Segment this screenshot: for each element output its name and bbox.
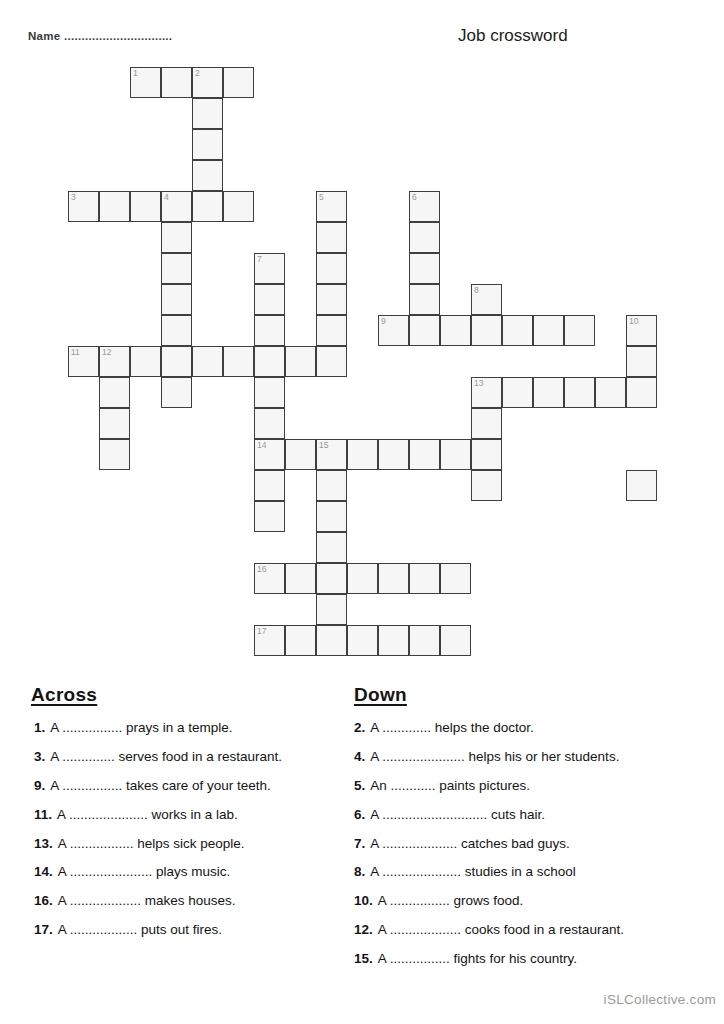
cell-clue-number: 4 <box>164 192 169 202</box>
grid-cell[interactable] <box>440 439 471 470</box>
clue-list-number: 6. <box>354 807 365 822</box>
grid-cell[interactable]: 2 <box>192 67 223 98</box>
grid-cell[interactable] <box>223 191 254 222</box>
grid-cell[interactable] <box>316 222 347 253</box>
clue-item-down-6: 6.A ............................ cuts ha… <box>354 803 624 832</box>
grid-cell[interactable] <box>99 439 130 470</box>
clue-text: A .............. serves food in a restau… <box>50 749 282 764</box>
grid-cell[interactable]: 1 <box>130 67 161 98</box>
clue-item-across-9: 9.A ................ takes care of your … <box>34 774 282 803</box>
grid-cell[interactable] <box>347 563 378 594</box>
grid-cell[interactable] <box>223 67 254 98</box>
grid-cell[interactable] <box>99 377 130 408</box>
grid-cell[interactable] <box>192 346 223 377</box>
page-title: Job crossword <box>458 26 568 46</box>
grid-cell[interactable] <box>285 625 316 656</box>
grid-cell[interactable] <box>471 470 502 501</box>
grid-cell[interactable] <box>161 222 192 253</box>
grid-cell[interactable] <box>254 470 285 501</box>
clue-text: An ............ paints pictures. <box>370 778 530 793</box>
clue-list-number: 9. <box>34 778 45 793</box>
grid-cell[interactable] <box>471 408 502 439</box>
grid-cell[interactable] <box>533 315 564 346</box>
grid-cell[interactable] <box>316 253 347 284</box>
grid-cell[interactable] <box>595 377 626 408</box>
grid-cell[interactable] <box>347 439 378 470</box>
clue-text: A ................ fights for his countr… <box>378 951 577 966</box>
clue-item-down-12: 12.A ................... cooks food in a… <box>354 918 624 947</box>
grid-cell[interactable] <box>254 377 285 408</box>
grid-cell[interactable] <box>533 377 564 408</box>
clue-list-number: 4. <box>354 749 365 764</box>
clue-item-down-4: 4.A ...................... helps his or … <box>354 745 624 774</box>
grid-cell[interactable]: 13 <box>471 377 502 408</box>
cell-clue-number: 1 <box>133 68 138 78</box>
cell-clue-number: 5 <box>319 192 324 202</box>
grid-cell[interactable] <box>626 377 657 408</box>
clue-list-number: 1. <box>34 720 45 735</box>
grid-cell[interactable]: 8 <box>471 284 502 315</box>
clue-text: A ................ prays in a temple. <box>50 720 232 735</box>
clue-item-down-7: 7.A .................... catches bad guy… <box>354 832 624 861</box>
grid-cell[interactable] <box>440 563 471 594</box>
across-heading: Across <box>31 684 97 706</box>
clue-text: A ...................... plays music. <box>58 864 231 879</box>
worksheet-page: Name ............................... Job… <box>0 0 724 1024</box>
down-clue-list: 2.A ............. helps the doctor.4.A .… <box>354 716 624 976</box>
grid-cell[interactable] <box>316 470 347 501</box>
down-heading: Down <box>354 684 407 706</box>
grid-cell[interactable] <box>626 346 657 377</box>
grid-cell[interactable] <box>254 284 285 315</box>
grid-cell[interactable] <box>409 563 440 594</box>
clue-list-number: 10. <box>354 893 373 908</box>
grid-cell[interactable] <box>192 98 223 129</box>
across-clue-list: 1.A ................ prays in a temple.3… <box>34 716 282 947</box>
clue-text: A ............................ cuts hair… <box>370 807 545 822</box>
clue-item-down-10: 10.A ................ grows food. <box>354 889 624 918</box>
cell-clue-number: 12 <box>102 347 111 357</box>
grid-cell[interactable]: 16 <box>254 563 285 594</box>
grid-cell[interactable] <box>564 315 595 346</box>
clue-item-across-11: 11.A ..................... works in a la… <box>34 803 282 832</box>
grid-cell[interactable] <box>316 284 347 315</box>
clue-item-down-5: 5.An ............ paints pictures. <box>354 774 624 803</box>
grid-cell[interactable] <box>285 346 316 377</box>
watermark: iSLCollective.com <box>604 992 716 1007</box>
clue-text: A ...................... helps his or he… <box>370 749 619 764</box>
cell-clue-number: 2 <box>195 68 200 78</box>
clue-item-across-14: 14.A ...................... plays music. <box>34 860 282 889</box>
grid-cell[interactable] <box>254 315 285 346</box>
grid-cell[interactable] <box>285 439 316 470</box>
grid-cell[interactable] <box>192 191 223 222</box>
cell-clue-number: 10 <box>629 316 638 326</box>
clue-item-across-17: 17.A .................. puts out fires. <box>34 918 282 947</box>
clue-text: A ................ takes care of your te… <box>50 778 271 793</box>
name-field[interactable]: Name ............................... <box>28 30 172 42</box>
clue-item-down-8: 8.A ..................... studies in a s… <box>354 860 624 889</box>
grid-cell[interactable] <box>502 315 533 346</box>
grid-cell[interactable] <box>347 625 378 656</box>
grid-cell[interactable] <box>285 563 316 594</box>
grid-cell[interactable] <box>409 222 440 253</box>
clue-list-number: 2. <box>354 720 365 735</box>
grid-cell[interactable] <box>254 501 285 532</box>
grid-cell[interactable] <box>409 253 440 284</box>
grid-cell[interactable] <box>99 191 130 222</box>
grid-cell[interactable] <box>502 377 533 408</box>
grid-cell[interactable]: 4 <box>161 191 192 222</box>
grid-cell[interactable]: 10 <box>626 315 657 346</box>
grid-cell[interactable] <box>99 408 130 439</box>
grid-cell[interactable] <box>316 315 347 346</box>
grid-cell[interactable] <box>316 501 347 532</box>
grid-cell[interactable] <box>378 439 409 470</box>
clue-list-number: 15. <box>354 951 373 966</box>
grid-cell[interactable] <box>161 377 192 408</box>
grid-cell[interactable] <box>316 625 347 656</box>
grid-cell[interactable]: 9 <box>378 315 409 346</box>
grid-cell[interactable]: 7 <box>254 253 285 284</box>
clue-list-number: 5. <box>354 778 365 793</box>
grid-cell[interactable]: 3 <box>68 191 99 222</box>
cell-clue-number: 8 <box>474 285 479 295</box>
clue-text: A ................... cooks food in a re… <box>378 922 624 937</box>
clue-text: A ................ grows food. <box>378 893 524 908</box>
grid-cell[interactable] <box>161 253 192 284</box>
grid-cell[interactable] <box>316 346 347 377</box>
clue-item-down-15: 15.A ................ fights for his cou… <box>354 947 624 976</box>
grid-cell[interactable] <box>161 67 192 98</box>
cell-clue-number: 14 <box>257 440 266 450</box>
clue-item-across-16: 16.A ................... makes houses. <box>34 889 282 918</box>
grid-cell[interactable] <box>254 346 285 377</box>
clue-text: A ..................... studies in a sch… <box>370 864 576 879</box>
grid-cell[interactable] <box>192 160 223 191</box>
grid-cell[interactable]: 5 <box>316 191 347 222</box>
grid-cell[interactable]: 6 <box>409 191 440 222</box>
clue-item-across-13: 13.A ................. helps sick people… <box>34 832 282 861</box>
grid-cell[interactable] <box>440 625 471 656</box>
clue-list-number: 11. <box>34 807 52 822</box>
grid-cell[interactable] <box>254 408 285 439</box>
clue-list-number: 16. <box>34 893 53 908</box>
clue-list-number: 14. <box>34 864 53 879</box>
grid-cell[interactable]: 17 <box>254 625 285 656</box>
crossword-grid: 1234567891011121314151617 <box>68 67 657 656</box>
grid-cell[interactable] <box>409 284 440 315</box>
grid-cell[interactable] <box>130 191 161 222</box>
cell-clue-number: 15 <box>319 440 328 450</box>
grid-cell[interactable] <box>316 594 347 625</box>
grid-cell[interactable] <box>161 346 192 377</box>
clue-list-number: 12. <box>354 922 373 937</box>
clue-item-across-3: 3.A .............. serves food in a rest… <box>34 745 282 774</box>
cell-clue-number: 17 <box>257 626 266 636</box>
grid-cell[interactable] <box>161 284 192 315</box>
cell-clue-number: 3 <box>71 192 76 202</box>
clue-text: A .................... catches bad guys. <box>370 836 570 851</box>
clue-text: A ..................... works in a lab. <box>57 807 238 822</box>
clue-item-across-1: 1.A ................ prays in a temple. <box>34 716 282 745</box>
grid-cell[interactable] <box>471 439 502 470</box>
clue-list-number: 7. <box>354 836 365 851</box>
grid-cell[interactable] <box>471 315 502 346</box>
clue-text: A .................. puts out fires. <box>58 922 222 937</box>
grid-cell[interactable]: 11 <box>68 346 99 377</box>
clue-item-down-2: 2.A ............. helps the doctor. <box>354 716 624 745</box>
cell-clue-number: 7 <box>257 254 262 264</box>
clue-text: A ............. helps the doctor. <box>370 720 534 735</box>
grid-cell[interactable] <box>409 439 440 470</box>
cell-clue-number: 13 <box>474 378 483 388</box>
clue-list-number: 17. <box>34 922 53 937</box>
grid-cell[interactable]: 14 <box>254 439 285 470</box>
grid-cell[interactable] <box>440 315 471 346</box>
grid-cell[interactable] <box>316 532 347 563</box>
clue-list-number: 3. <box>34 749 45 764</box>
grid-cell[interactable] <box>161 315 192 346</box>
clue-text: A ................. helps sick people. <box>58 836 245 851</box>
grid-cell[interactable] <box>626 470 657 501</box>
cell-clue-number: 16 <box>257 564 266 574</box>
grid-cell[interactable] <box>409 315 440 346</box>
clue-text: A ................... makes houses. <box>58 893 236 908</box>
grid-cell[interactable] <box>223 346 254 377</box>
grid-cell[interactable] <box>409 625 440 656</box>
clue-list-number: 13. <box>34 836 53 851</box>
grid-cell[interactable]: 15 <box>316 439 347 470</box>
cell-clue-number: 11 <box>71 347 80 357</box>
cell-clue-number: 9 <box>381 316 386 326</box>
grid-cell[interactable] <box>316 563 347 594</box>
grid-cell[interactable] <box>130 346 161 377</box>
clue-list-number: 8. <box>354 864 365 879</box>
grid-cell[interactable] <box>564 377 595 408</box>
grid-cell[interactable] <box>378 625 409 656</box>
grid-cell[interactable] <box>378 563 409 594</box>
grid-cell[interactable] <box>192 129 223 160</box>
cell-clue-number: 6 <box>412 192 417 202</box>
grid-cell[interactable]: 12 <box>99 346 130 377</box>
